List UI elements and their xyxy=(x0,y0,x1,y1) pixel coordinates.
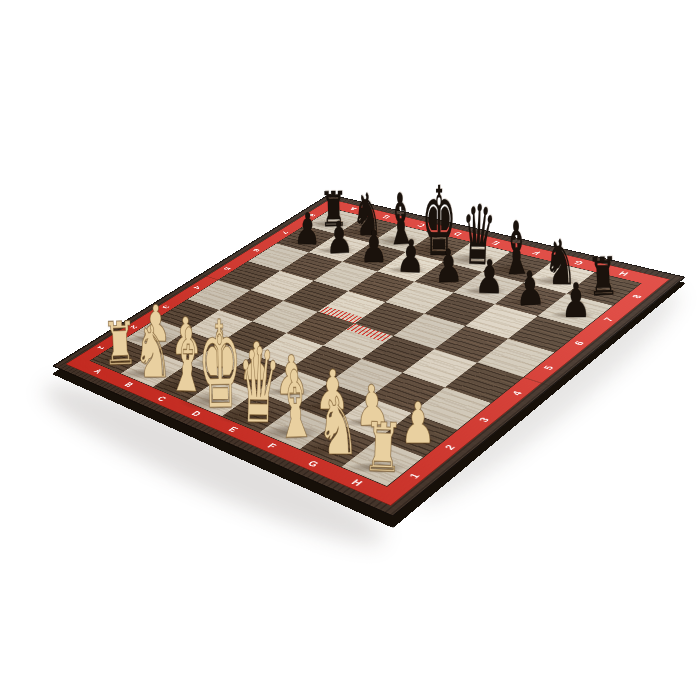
piece-black-pawn-e7[interactable]: ♟ xyxy=(433,244,463,290)
piece-black-pawn-h7[interactable]: ♟ xyxy=(561,277,591,325)
piece-black-pawn-b7[interactable]: ♟ xyxy=(324,216,353,261)
piece-white-bishop-f1[interactable]: ♝ xyxy=(273,358,317,452)
piece-black-pawn-g7[interactable]: ♟ xyxy=(515,265,546,313)
piece-white-rook-h1[interactable]: ♜ xyxy=(362,414,404,483)
piece-black-pawn-f7[interactable]: ♟ xyxy=(474,254,504,301)
piece-black-pawn-a7[interactable]: ♟ xyxy=(293,207,321,251)
product-photo-stage: AA88BB77CC66DD55EE44FF33GG22HH11 ♜♞♝♚♛♝♞… xyxy=(0,0,700,700)
piece-black-rook-h8[interactable]: ♜ xyxy=(587,250,619,303)
piece-black-pawn-c7[interactable]: ♟ xyxy=(360,225,388,270)
piece-white-knight-b1[interactable]: ♞ xyxy=(133,316,172,388)
piece-white-king-d1[interactable]: ♚ xyxy=(197,305,243,427)
piece-white-knight-g1[interactable]: ♞ xyxy=(317,387,360,466)
piece-black-pawn-d7[interactable]: ♟ xyxy=(396,234,426,280)
piece-white-pawn-h2[interactable]: ♟ xyxy=(400,395,436,452)
